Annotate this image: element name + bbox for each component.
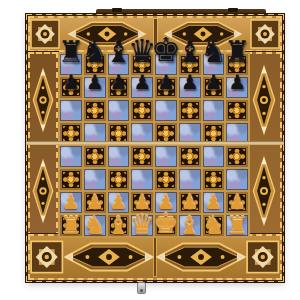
corner-medallion-icon [246,240,280,274]
square-g7[interactable]: ♟ [203,77,225,98]
square-c6[interactable] [108,100,130,121]
bottom-decorative-band [28,234,282,280]
piece-white-knight[interactable]: ♞ [202,213,224,238]
square-c4[interactable] [108,146,130,167]
piece-white-pawn[interactable]: ♟ [109,192,127,212]
piece-white-pawn[interactable]: ♟ [181,192,199,212]
piece-black-pawn[interactable]: ♟ [62,72,80,92]
piece-black-pawn[interactable]: ♟ [133,72,151,92]
square-h3[interactable] [226,169,248,190]
square-e4[interactable] [155,146,177,167]
piece-white-pawn[interactable]: ♟ [228,192,246,212]
square-h6[interactable] [226,100,248,121]
square-a1[interactable]: ♜ [60,215,82,236]
square-e6[interactable] [155,100,177,121]
right-decorative-band [246,52,282,238]
corner-medallion-icon [250,19,280,49]
diamond-motif-icon [156,240,246,274]
piece-white-bishop[interactable]: ♝ [178,213,200,238]
side-diamond-motif-icon [252,63,276,137]
piece-black-pawn[interactable]: ♟ [86,72,104,92]
piece-white-king[interactable]: ♚ [153,210,178,238]
fold-seam [26,141,284,145]
square-a2[interactable]: ♟ [60,192,82,213]
piece-white-pawn[interactable]: ♟ [204,192,222,212]
piece-black-pawn[interactable]: ♟ [204,72,222,92]
square-c2[interactable]: ♟ [108,192,130,213]
square-d7[interactable]: ♟ [131,77,153,98]
side-diamond-motif-icon [252,154,276,228]
square-c7[interactable]: ♟ [108,77,130,98]
square-b4[interactable] [84,146,106,167]
square-h7[interactable]: ♟ [226,77,248,98]
square-g1[interactable]: ♞ [203,215,225,236]
square-c3[interactable] [108,169,130,190]
square-f2[interactable]: ♟ [179,192,201,213]
square-a7[interactable]: ♟ [60,77,82,98]
square-b7[interactable]: ♟ [84,77,106,98]
square-d4[interactable] [131,146,153,167]
left-decorative-band [28,52,58,238]
square-a6[interactable] [60,100,82,121]
square-d6[interactable] [131,100,153,121]
square-c1[interactable]: ♝ [108,215,130,236]
piece-black-pawn[interactable]: ♟ [109,72,127,92]
hinge-icon [228,8,238,12]
square-a3[interactable] [60,169,82,190]
hinge-icon [112,8,122,12]
square-e1[interactable]: ♚ [155,215,177,236]
corner-medallion-icon [30,240,64,274]
square-b3[interactable] [84,169,106,190]
piece-black-pawn[interactable]: ♟ [228,72,246,92]
square-e7[interactable]: ♟ [155,77,177,98]
piece-white-pawn[interactable]: ♟ [62,192,80,212]
diamond-motif-frame [156,236,246,278]
chessboard-grid: ♜♞♝♛♚♝♞♜♟♟♟♟♟♟♟♟♟♟♟♟♟♟♟♟♜♞♝♛♚♝♞♜ [58,52,250,238]
piece-white-rook[interactable]: ♜ [226,213,248,238]
piece-black-rook[interactable]: ♜ [224,37,251,67]
square-b1[interactable]: ♞ [84,215,106,236]
piece-white-bishop[interactable]: ♝ [107,213,129,238]
square-e3[interactable] [155,169,177,190]
square-f3[interactable] [179,169,201,190]
square-a4[interactable] [60,146,82,167]
square-g4[interactable] [203,146,225,167]
square-g2[interactable]: ♟ [203,192,225,213]
square-b6[interactable] [84,100,106,121]
piece-white-rook[interactable]: ♜ [60,213,82,238]
square-f6[interactable] [179,100,201,121]
diamond-motif-frame [64,236,154,278]
photo-of-chess-board: ♜♞♝♛♚♝♞♜♟♟♟♟♟♟♟♟♟♟♟♟♟♟♟♟♜♞♝♛♚♝♞♜ [0,0,300,300]
square-b2[interactable]: ♟ [84,192,106,213]
clasp-latch[interactable] [137,282,146,294]
square-g3[interactable] [203,169,225,190]
corner-medallion-icon [30,19,60,49]
square-h4[interactable] [226,146,248,167]
piece-black-pawn[interactable]: ♟ [157,72,175,92]
side-diamond-motif-icon [32,64,54,136]
piece-black-pawn[interactable]: ♟ [181,72,199,92]
square-f7[interactable]: ♟ [179,77,201,98]
side-diamond-motif-icon [32,155,54,227]
piece-white-knight[interactable]: ♞ [83,213,105,238]
piece-white-pawn[interactable]: ♟ [86,192,104,212]
diamond-motif-icon [64,240,154,274]
square-g6[interactable] [203,100,225,121]
square-d1[interactable]: ♛ [131,215,153,236]
square-h2[interactable]: ♟ [226,192,248,213]
square-d3[interactable] [131,169,153,190]
square-f4[interactable] [179,146,201,167]
square-f1[interactable]: ♝ [179,215,201,236]
piece-white-queen[interactable]: ♛ [130,211,154,238]
square-h1[interactable]: ♜ [226,215,248,236]
chess-board: ♜♞♝♛♚♝♞♜♟♟♟♟♟♟♟♟♟♟♟♟♟♟♟♟♜♞♝♛♚♝♞♜ [26,14,284,282]
